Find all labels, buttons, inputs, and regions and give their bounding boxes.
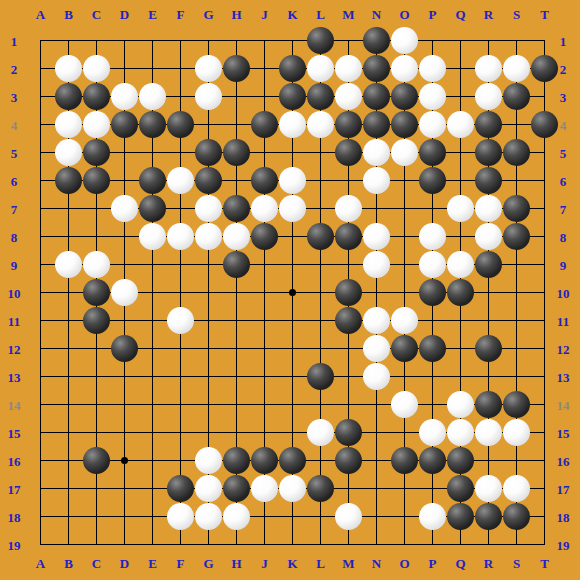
black-stone-R18 bbox=[475, 503, 502, 530]
white-stone-R2 bbox=[475, 55, 502, 82]
col-label-top-L: L bbox=[316, 8, 325, 21]
row-label-right-3: 3 bbox=[560, 90, 567, 103]
col-label-bottom-M: M bbox=[342, 557, 354, 570]
black-stone-M10 bbox=[335, 279, 362, 306]
black-stone-R5 bbox=[475, 139, 502, 166]
black-stone-T2 bbox=[531, 55, 558, 82]
white-stone-Q9 bbox=[447, 251, 474, 278]
black-stone-H9 bbox=[223, 251, 250, 278]
white-stone-K6 bbox=[279, 167, 306, 194]
black-stone-N4 bbox=[363, 111, 390, 138]
col-label-bottom-N: N bbox=[372, 557, 381, 570]
black-stone-D12 bbox=[111, 335, 138, 362]
star-point-D16 bbox=[121, 457, 128, 464]
white-stone-B4 bbox=[55, 111, 82, 138]
black-stone-Q16 bbox=[447, 447, 474, 474]
black-stone-C10 bbox=[83, 279, 110, 306]
white-stone-L2 bbox=[307, 55, 334, 82]
black-stone-F17 bbox=[167, 475, 194, 502]
row-label-left-19: 19 bbox=[8, 538, 21, 551]
black-stone-E7 bbox=[139, 195, 166, 222]
row-label-right-6: 6 bbox=[560, 174, 567, 187]
col-label-top-S: S bbox=[513, 8, 520, 21]
row-label-right-1: 1 bbox=[560, 34, 567, 47]
row-label-left-2: 2 bbox=[11, 62, 18, 75]
white-stone-L4 bbox=[307, 111, 334, 138]
black-stone-P5 bbox=[419, 139, 446, 166]
row-label-left-13: 13 bbox=[8, 370, 21, 383]
black-stone-S14 bbox=[503, 391, 530, 418]
black-stone-M4 bbox=[335, 111, 362, 138]
white-stone-M7 bbox=[335, 195, 362, 222]
black-stone-F4 bbox=[167, 111, 194, 138]
black-stone-C6 bbox=[83, 167, 110, 194]
black-stone-Q18 bbox=[447, 503, 474, 530]
col-label-bottom-D: D bbox=[120, 557, 129, 570]
black-stone-J4 bbox=[251, 111, 278, 138]
white-stone-C2 bbox=[83, 55, 110, 82]
black-stone-R14 bbox=[475, 391, 502, 418]
col-label-top-Q: Q bbox=[455, 8, 465, 21]
col-label-bottom-F: F bbox=[177, 557, 185, 570]
black-stone-N3 bbox=[363, 83, 390, 110]
white-stone-N6 bbox=[363, 167, 390, 194]
row-label-left-8: 8 bbox=[11, 230, 18, 243]
black-stone-C5 bbox=[83, 139, 110, 166]
black-stone-R6 bbox=[475, 167, 502, 194]
white-stone-R8 bbox=[475, 223, 502, 250]
col-label-top-H: H bbox=[231, 8, 241, 21]
white-stone-S15 bbox=[503, 419, 530, 446]
black-stone-R9 bbox=[475, 251, 502, 278]
white-stone-S17 bbox=[503, 475, 530, 502]
black-stone-S5 bbox=[503, 139, 530, 166]
white-stone-C9 bbox=[83, 251, 110, 278]
row-label-left-3: 3 bbox=[11, 90, 18, 103]
board-grid[interactable] bbox=[40, 40, 545, 545]
white-stone-O5 bbox=[391, 139, 418, 166]
row-label-left-15: 15 bbox=[8, 426, 21, 439]
row-label-right-17: 17 bbox=[557, 482, 570, 495]
black-stone-C16 bbox=[83, 447, 110, 474]
black-stone-O16 bbox=[391, 447, 418, 474]
black-stone-T4 bbox=[531, 111, 558, 138]
white-stone-K4 bbox=[279, 111, 306, 138]
white-stone-N11 bbox=[363, 307, 390, 334]
white-stone-O14 bbox=[391, 391, 418, 418]
col-label-top-O: O bbox=[399, 8, 409, 21]
col-label-bottom-J: J bbox=[261, 557, 268, 570]
black-stone-O4 bbox=[391, 111, 418, 138]
black-stone-Q10 bbox=[447, 279, 474, 306]
black-stone-L1 bbox=[307, 27, 334, 54]
white-stone-P15 bbox=[419, 419, 446, 446]
white-stone-G2 bbox=[195, 55, 222, 82]
col-label-top-N: N bbox=[372, 8, 381, 21]
black-stone-H5 bbox=[223, 139, 250, 166]
white-stone-P3 bbox=[419, 83, 446, 110]
row-label-right-19: 19 bbox=[557, 538, 570, 551]
black-stone-R4 bbox=[475, 111, 502, 138]
black-stone-H17 bbox=[223, 475, 250, 502]
black-stone-Q17 bbox=[447, 475, 474, 502]
white-stone-N12 bbox=[363, 335, 390, 362]
black-stone-L17 bbox=[307, 475, 334, 502]
white-stone-H8 bbox=[223, 223, 250, 250]
col-label-top-A: A bbox=[36, 8, 45, 21]
row-label-left-17: 17 bbox=[8, 482, 21, 495]
col-label-bottom-E: E bbox=[148, 557, 157, 570]
black-stone-D4 bbox=[111, 111, 138, 138]
row-label-right-13: 13 bbox=[557, 370, 570, 383]
row-label-right-9: 9 bbox=[560, 258, 567, 271]
black-stone-H16 bbox=[223, 447, 250, 474]
col-label-top-K: K bbox=[287, 8, 297, 21]
black-stone-S3 bbox=[503, 83, 530, 110]
white-stone-F18 bbox=[167, 503, 194, 530]
col-label-bottom-C: C bbox=[92, 557, 101, 570]
white-stone-G8 bbox=[195, 223, 222, 250]
black-stone-C11 bbox=[83, 307, 110, 334]
white-stone-C4 bbox=[83, 111, 110, 138]
black-stone-P10 bbox=[419, 279, 446, 306]
row-label-left-18: 18 bbox=[8, 510, 21, 523]
row-label-right-18: 18 bbox=[557, 510, 570, 523]
col-label-top-R: R bbox=[484, 8, 493, 21]
black-stone-P6 bbox=[419, 167, 446, 194]
white-stone-P2 bbox=[419, 55, 446, 82]
white-stone-E8 bbox=[139, 223, 166, 250]
white-stone-E3 bbox=[139, 83, 166, 110]
black-stone-M15 bbox=[335, 419, 362, 446]
col-label-top-C: C bbox=[92, 8, 101, 21]
white-stone-M3 bbox=[335, 83, 362, 110]
col-label-bottom-S: S bbox=[513, 557, 520, 570]
black-stone-S8 bbox=[503, 223, 530, 250]
white-stone-Q7 bbox=[447, 195, 474, 222]
col-label-bottom-A: A bbox=[36, 557, 45, 570]
black-stone-L13 bbox=[307, 363, 334, 390]
black-stone-J16 bbox=[251, 447, 278, 474]
go-board-screen: ABCDEFGHJKLMNOPQRSTABCDEFGHJKLMNOPQRST12… bbox=[0, 0, 580, 580]
col-label-bottom-H: H bbox=[231, 557, 241, 570]
row-label-right-2: 2 bbox=[560, 62, 567, 75]
col-label-top-E: E bbox=[148, 8, 157, 21]
row-label-left-9: 9 bbox=[11, 258, 18, 271]
col-label-top-B: B bbox=[64, 8, 73, 21]
white-stone-G16 bbox=[195, 447, 222, 474]
col-label-top-P: P bbox=[429, 8, 437, 21]
col-label-bottom-R: R bbox=[484, 557, 493, 570]
black-stone-N2 bbox=[363, 55, 390, 82]
white-stone-M2 bbox=[335, 55, 362, 82]
white-stone-Q14 bbox=[447, 391, 474, 418]
black-stone-C3 bbox=[83, 83, 110, 110]
white-stone-R15 bbox=[475, 419, 502, 446]
white-stone-D7 bbox=[111, 195, 138, 222]
col-label-top-G: G bbox=[203, 8, 213, 21]
row-label-right-12: 12 bbox=[557, 342, 570, 355]
black-stone-P12 bbox=[419, 335, 446, 362]
white-stone-M18 bbox=[335, 503, 362, 530]
white-stone-O2 bbox=[391, 55, 418, 82]
white-stone-S2 bbox=[503, 55, 530, 82]
row-label-left-16: 16 bbox=[8, 454, 21, 467]
row-label-right-5: 5 bbox=[560, 146, 567, 159]
black-stone-O12 bbox=[391, 335, 418, 362]
white-stone-F11 bbox=[167, 307, 194, 334]
row-label-right-15: 15 bbox=[557, 426, 570, 439]
white-stone-R3 bbox=[475, 83, 502, 110]
white-stone-P4 bbox=[419, 111, 446, 138]
black-stone-B3 bbox=[55, 83, 82, 110]
white-stone-D10 bbox=[111, 279, 138, 306]
black-stone-K16 bbox=[279, 447, 306, 474]
white-stone-P9 bbox=[419, 251, 446, 278]
white-stone-G3 bbox=[195, 83, 222, 110]
row-label-left-7: 7 bbox=[11, 202, 18, 215]
black-stone-L3 bbox=[307, 83, 334, 110]
white-stone-L15 bbox=[307, 419, 334, 446]
row-label-right-8: 8 bbox=[560, 230, 567, 243]
white-stone-N5 bbox=[363, 139, 390, 166]
black-stone-S7 bbox=[503, 195, 530, 222]
white-stone-K7 bbox=[279, 195, 306, 222]
row-label-right-10: 10 bbox=[557, 286, 570, 299]
white-stone-G17 bbox=[195, 475, 222, 502]
black-stone-H7 bbox=[223, 195, 250, 222]
black-stone-M8 bbox=[335, 223, 362, 250]
col-label-bottom-K: K bbox=[287, 557, 297, 570]
black-stone-M5 bbox=[335, 139, 362, 166]
white-stone-J17 bbox=[251, 475, 278, 502]
black-stone-P16 bbox=[419, 447, 446, 474]
black-stone-S18 bbox=[503, 503, 530, 530]
black-stone-G5 bbox=[195, 139, 222, 166]
row-label-right-7: 7 bbox=[560, 202, 567, 215]
white-stone-B9 bbox=[55, 251, 82, 278]
row-label-right-4: 4 bbox=[560, 118, 567, 131]
col-label-bottom-Q: Q bbox=[455, 557, 465, 570]
black-stone-G6 bbox=[195, 167, 222, 194]
white-stone-F6 bbox=[167, 167, 194, 194]
row-label-left-4: 4 bbox=[11, 118, 18, 131]
white-stone-R7 bbox=[475, 195, 502, 222]
black-stone-J6 bbox=[251, 167, 278, 194]
row-label-left-11: 11 bbox=[8, 314, 20, 327]
row-label-left-10: 10 bbox=[8, 286, 21, 299]
col-label-top-J: J bbox=[261, 8, 268, 21]
black-stone-K3 bbox=[279, 83, 306, 110]
row-label-right-14: 14 bbox=[557, 398, 570, 411]
black-stone-K2 bbox=[279, 55, 306, 82]
white-stone-B2 bbox=[55, 55, 82, 82]
white-stone-J7 bbox=[251, 195, 278, 222]
row-label-left-14: 14 bbox=[8, 398, 21, 411]
col-label-bottom-B: B bbox=[64, 557, 73, 570]
white-stone-P18 bbox=[419, 503, 446, 530]
col-label-top-D: D bbox=[120, 8, 129, 21]
white-stone-Q15 bbox=[447, 419, 474, 446]
black-stone-E6 bbox=[139, 167, 166, 194]
white-stone-D3 bbox=[111, 83, 138, 110]
white-stone-K17 bbox=[279, 475, 306, 502]
black-stone-M11 bbox=[335, 307, 362, 334]
col-label-top-F: F bbox=[177, 8, 185, 21]
white-stone-Q4 bbox=[447, 111, 474, 138]
white-stone-H18 bbox=[223, 503, 250, 530]
star-point-K10 bbox=[289, 289, 296, 296]
col-label-bottom-O: O bbox=[399, 557, 409, 570]
black-stone-N1 bbox=[363, 27, 390, 54]
row-label-left-12: 12 bbox=[8, 342, 21, 355]
white-stone-O11 bbox=[391, 307, 418, 334]
black-stone-M16 bbox=[335, 447, 362, 474]
white-stone-G7 bbox=[195, 195, 222, 222]
row-label-left-1: 1 bbox=[11, 34, 18, 47]
col-label-bottom-L: L bbox=[316, 557, 325, 570]
col-label-bottom-T: T bbox=[540, 557, 549, 570]
white-stone-O1 bbox=[391, 27, 418, 54]
black-stone-L8 bbox=[307, 223, 334, 250]
col-label-top-T: T bbox=[540, 8, 549, 21]
row-label-left-6: 6 bbox=[11, 174, 18, 187]
black-stone-H2 bbox=[223, 55, 250, 82]
black-stone-B6 bbox=[55, 167, 82, 194]
white-stone-N13 bbox=[363, 363, 390, 390]
white-stone-P8 bbox=[419, 223, 446, 250]
row-label-right-16: 16 bbox=[557, 454, 570, 467]
black-stone-J8 bbox=[251, 223, 278, 250]
white-stone-B5 bbox=[55, 139, 82, 166]
row-label-left-5: 5 bbox=[11, 146, 18, 159]
col-label-bottom-G: G bbox=[203, 557, 213, 570]
white-stone-G18 bbox=[195, 503, 222, 530]
col-label-top-M: M bbox=[342, 8, 354, 21]
white-stone-N9 bbox=[363, 251, 390, 278]
white-stone-F8 bbox=[167, 223, 194, 250]
black-stone-R12 bbox=[475, 335, 502, 362]
white-stone-N8 bbox=[363, 223, 390, 250]
black-stone-O3 bbox=[391, 83, 418, 110]
col-label-bottom-P: P bbox=[429, 557, 437, 570]
white-stone-R17 bbox=[475, 475, 502, 502]
row-label-right-11: 11 bbox=[557, 314, 569, 327]
black-stone-E4 bbox=[139, 111, 166, 138]
